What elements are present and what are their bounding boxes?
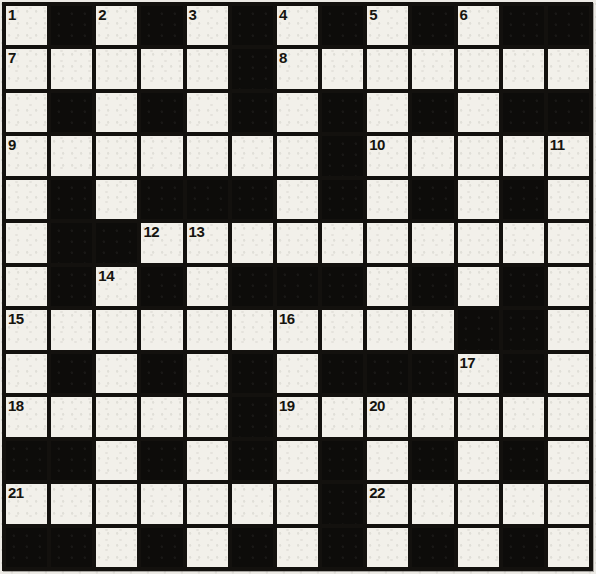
white-cell-r8c8[interactable] [322,310,363,349]
white-cell-r12c13[interactable] [548,484,589,523]
clue-number-18: 18 [8,397,24,414]
white-cell-r12c10[interactable] [412,484,453,523]
white-cell-r6c11[interactable] [458,223,499,262]
white-cell-r4c13[interactable]: 11 [548,136,589,175]
black-cell-r5c12 [503,180,544,219]
white-cell-r13c9[interactable] [367,528,408,567]
white-cell-r4c5[interactable] [187,136,228,175]
white-cell-r11c5[interactable] [187,441,228,480]
white-cell-r13c5[interactable] [187,528,228,567]
black-cell-r1c4 [141,6,182,45]
clue-number-1: 1 [8,6,16,23]
black-cell-r9c10 [412,354,453,393]
black-cell-r7c10 [412,267,453,306]
white-cell-r10c11[interactable] [458,397,499,436]
white-cell-r9c7[interactable] [277,354,318,393]
white-cell-r10c4[interactable] [141,397,182,436]
black-cell-r10c6 [232,397,273,436]
clue-number-2: 2 [98,6,106,23]
black-cell-r5c4 [141,180,182,219]
black-cell-r1c12 [503,6,544,45]
white-cell-r2c7[interactable]: 8 [277,49,318,88]
black-cell-r12c8 [322,484,363,523]
white-cell-r1c9[interactable]: 5 [367,6,408,45]
white-cell-r8c1[interactable]: 15 [6,310,47,349]
white-cell-r6c1[interactable] [6,223,47,262]
white-cell-r2c9[interactable] [367,49,408,88]
white-cell-r9c1[interactable] [6,354,47,393]
white-cell-r2c8[interactable] [322,49,363,88]
black-cell-r11c4 [141,441,182,480]
black-cell-r3c6 [232,93,273,132]
white-cell-r8c5[interactable] [187,310,228,349]
clue-number-15: 15 [8,310,24,327]
white-cell-r13c3[interactable] [96,528,137,567]
clue-number-6: 6 [460,6,468,23]
white-cell-r10c2[interactable] [51,397,92,436]
black-cell-r3c13 [548,93,589,132]
black-cell-r11c10 [412,441,453,480]
white-cell-r3c9[interactable] [367,93,408,132]
white-cell-r2c2[interactable] [51,49,92,88]
white-cell-r6c13[interactable] [548,223,589,262]
white-cell-r4c4[interactable] [141,136,182,175]
white-cell-r6c9[interactable] [367,223,408,262]
black-cell-r13c1 [6,528,47,567]
black-cell-r9c8 [322,354,363,393]
white-cell-r7c9[interactable] [367,267,408,306]
black-cell-r6c3 [96,223,137,262]
white-cell-r12c2[interactable] [51,484,92,523]
white-cell-r4c1[interactable]: 9 [6,136,47,175]
white-cell-r9c13[interactable] [548,354,589,393]
white-cell-r10c10[interactable] [412,397,453,436]
white-cell-r4c3[interactable] [96,136,137,175]
scanned-page: 12345678910111213141516171819202122 [0,0,596,574]
black-cell-r7c7 [277,267,318,306]
black-cell-r3c2 [51,93,92,132]
white-cell-r5c13[interactable] [548,180,589,219]
white-cell-r8c3[interactable] [96,310,137,349]
black-cell-r7c6 [232,267,273,306]
black-cell-r13c12 [503,528,544,567]
black-cell-r1c6 [232,6,273,45]
white-cell-r7c13[interactable] [548,267,589,306]
white-cell-r10c8[interactable] [322,397,363,436]
white-cell-r6c12[interactable] [503,223,544,262]
clue-number-19: 19 [279,397,295,414]
white-cell-r2c12[interactable] [503,49,544,88]
white-cell-r8c4[interactable] [141,310,182,349]
white-cell-r7c5[interactable] [187,267,228,306]
black-cell-r5c10 [412,180,453,219]
white-cell-r1c5[interactable]: 3 [187,6,228,45]
white-cell-r4c7[interactable] [277,136,318,175]
white-cell-r3c3[interactable] [96,93,137,132]
black-cell-r3c8 [322,93,363,132]
white-cell-r10c9[interactable]: 20 [367,397,408,436]
white-cell-r2c11[interactable] [458,49,499,88]
black-cell-r8c11 [458,310,499,349]
white-cell-r12c9[interactable]: 22 [367,484,408,523]
black-cell-r13c2 [51,528,92,567]
white-cell-r2c3[interactable] [96,49,137,88]
white-cell-r2c13[interactable] [548,49,589,88]
black-cell-r2c6 [232,49,273,88]
white-cell-r5c1[interactable] [6,180,47,219]
black-cell-r1c10 [412,6,453,45]
white-cell-r7c3[interactable]: 14 [96,267,137,306]
white-cell-r2c4[interactable] [141,49,182,88]
white-cell-r5c7[interactable] [277,180,318,219]
clue-number-20: 20 [369,397,385,414]
white-cell-r12c11[interactable] [458,484,499,523]
black-cell-r3c10 [412,93,453,132]
white-cell-r3c11[interactable] [458,93,499,132]
white-cell-r5c9[interactable] [367,180,408,219]
white-cell-r4c10[interactable] [412,136,453,175]
white-cell-r2c1[interactable]: 7 [6,49,47,88]
white-cell-r12c1[interactable]: 21 [6,484,47,523]
white-cell-r11c7[interactable] [277,441,318,480]
white-cell-r3c7[interactable] [277,93,318,132]
black-cell-r11c12 [503,441,544,480]
black-cell-r5c8 [322,180,363,219]
black-cell-r9c6 [232,354,273,393]
black-cell-r5c6 [232,180,273,219]
white-cell-r8c9[interactable] [367,310,408,349]
black-cell-r4c8 [322,136,363,175]
white-cell-r8c7[interactable]: 16 [277,310,318,349]
white-cell-r10c12[interactable] [503,397,544,436]
clue-number-14: 14 [98,267,114,284]
clue-number-13: 13 [189,223,205,240]
black-cell-r13c6 [232,528,273,567]
white-cell-r6c7[interactable] [277,223,318,262]
white-cell-r5c11[interactable] [458,180,499,219]
white-cell-r11c13[interactable] [548,441,589,480]
white-cell-r11c3[interactable] [96,441,137,480]
clue-number-12: 12 [143,223,159,240]
clue-number-4: 4 [279,6,287,23]
white-cell-r1c1[interactable]: 1 [6,6,47,45]
white-cell-r6c6[interactable] [232,223,273,262]
black-cell-r1c2 [51,6,92,45]
white-cell-r2c5[interactable] [187,49,228,88]
white-cell-r12c12[interactable] [503,484,544,523]
clue-number-3: 3 [189,6,197,23]
crossword-grid: 12345678910111213141516171819202122 [2,2,593,571]
white-cell-r6c8[interactable] [322,223,363,262]
white-cell-r13c13[interactable] [548,528,589,567]
black-cell-r7c12 [503,267,544,306]
black-cell-r3c4 [141,93,182,132]
white-cell-r4c12[interactable] [503,136,544,175]
white-cell-r1c11[interactable]: 6 [458,6,499,45]
white-cell-r8c6[interactable] [232,310,273,349]
white-cell-r12c5[interactable] [187,484,228,523]
white-cell-r13c11[interactable] [458,528,499,567]
clue-number-11: 11 [550,136,565,153]
white-cell-r1c7[interactable]: 4 [277,6,318,45]
white-cell-r8c10[interactable] [412,310,453,349]
white-cell-r6c5[interactable]: 13 [187,223,228,262]
black-cell-r9c2 [51,354,92,393]
black-cell-r7c4 [141,267,182,306]
white-cell-r6c4[interactable]: 12 [141,223,182,262]
white-cell-r3c5[interactable] [187,93,228,132]
black-cell-r11c6 [232,441,273,480]
black-cell-r11c8 [322,441,363,480]
black-cell-r13c10 [412,528,453,567]
white-cell-r10c5[interactable] [187,397,228,436]
clue-number-22: 22 [369,484,385,501]
clue-number-9: 9 [8,136,16,153]
white-cell-r12c7[interactable] [277,484,318,523]
white-cell-r3c1[interactable] [6,93,47,132]
clue-number-5: 5 [369,6,377,23]
white-cell-r2c10[interactable] [412,49,453,88]
black-cell-r6c2 [51,223,92,262]
white-cell-r9c5[interactable] [187,354,228,393]
clue-number-8: 8 [279,49,287,66]
black-cell-r1c8 [322,6,363,45]
white-cell-r6c10[interactable] [412,223,453,262]
clue-number-17: 17 [460,354,476,371]
white-cell-r9c11[interactable]: 17 [458,354,499,393]
black-cell-r9c9 [367,354,408,393]
white-cell-r4c11[interactable] [458,136,499,175]
black-cell-r5c5 [187,180,228,219]
white-cell-r1c3[interactable]: 2 [96,6,137,45]
white-cell-r4c2[interactable] [51,136,92,175]
white-cell-r12c3[interactable] [96,484,137,523]
clue-number-16: 16 [279,310,295,327]
white-cell-r11c11[interactable] [458,441,499,480]
white-cell-r12c4[interactable] [141,484,182,523]
white-cell-r4c9[interactable]: 10 [367,136,408,175]
white-cell-r11c9[interactable] [367,441,408,480]
black-cell-r7c2 [51,267,92,306]
black-cell-r11c2 [51,441,92,480]
white-cell-r7c1[interactable] [6,267,47,306]
clue-number-7: 7 [8,49,16,66]
black-cell-r9c12 [503,354,544,393]
white-cell-r5c3[interactable] [96,180,137,219]
black-cell-r13c8 [322,528,363,567]
white-cell-r4c6[interactable] [232,136,273,175]
black-cell-r3c12 [503,93,544,132]
black-cell-r5c2 [51,180,92,219]
white-cell-r12c6[interactable] [232,484,273,523]
white-cell-r8c2[interactable] [51,310,92,349]
black-cell-r13c4 [141,528,182,567]
black-cell-r11c1 [6,441,47,480]
black-cell-r7c8 [322,267,363,306]
white-cell-r13c7[interactable] [277,528,318,567]
black-cell-r1c13 [548,6,589,45]
clue-number-10: 10 [369,136,385,153]
black-cell-r9c4 [141,354,182,393]
white-cell-r10c7[interactable]: 19 [277,397,318,436]
black-cell-r8c12 [503,310,544,349]
white-cell-r10c1[interactable]: 18 [6,397,47,436]
white-cell-r10c3[interactable] [96,397,137,436]
white-cell-r9c3[interactable] [96,354,137,393]
clue-number-21: 21 [8,484,24,501]
white-cell-r10c13[interactable] [548,397,589,436]
white-cell-r7c11[interactable] [458,267,499,306]
white-cell-r8c13[interactable] [548,310,589,349]
